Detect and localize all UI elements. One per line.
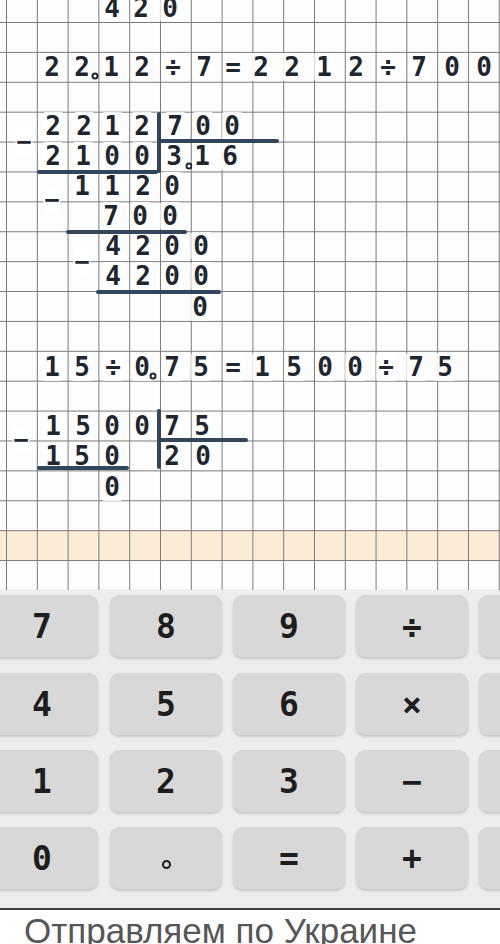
division-rule — [37, 466, 129, 470]
ink-digit: 0 — [162, 232, 182, 260]
ink-digit: 0 — [474, 53, 494, 81]
ink-digit: 7 — [162, 353, 182, 381]
ink-digit: 0 — [132, 412, 152, 440]
ink-digit: 0 — [130, 202, 150, 230]
key-5[interactable]: 5 — [110, 673, 222, 735]
ink-digit: 5 — [73, 412, 93, 440]
ink-digit: 7 — [409, 53, 429, 81]
ink-digit: 1 — [73, 142, 93, 170]
ink-digit: 3 — [164, 142, 184, 170]
ink-operator: = — [223, 353, 243, 381]
decimal-dot-glyph — [162, 860, 171, 869]
footer-text: Отправляем по Украине — [24, 911, 417, 944]
key-partial[interactable] — [479, 595, 500, 657]
ink-digit: 4 — [103, 232, 123, 260]
ink-digit: 1 — [102, 172, 122, 200]
ink-digit: 0 — [191, 232, 211, 260]
ink-digit: 4 — [102, 0, 122, 22]
ink-digit: 0 — [345, 353, 365, 381]
ink-digit: 0 — [102, 473, 122, 501]
ink-digit: 1 — [72, 172, 92, 200]
ink-digit: 7 — [406, 353, 426, 381]
ink-digit: 7 — [165, 112, 185, 140]
key-1[interactable]: 1 — [0, 750, 98, 812]
ink-minus-sign: − — [15, 129, 32, 154]
ink-digit: 2 — [346, 53, 366, 81]
ink-digit: 2 — [133, 232, 153, 260]
key-equals[interactable]: = — [233, 827, 345, 889]
key-divide[interactable]: ÷ — [356, 595, 468, 657]
ink-operator: ÷ — [376, 353, 396, 381]
ink-digit: 2 — [42, 53, 62, 81]
ink-digit: 1 — [102, 112, 122, 140]
key-3[interactable]: 3 — [233, 750, 345, 812]
ink-digit: 0 — [162, 172, 182, 200]
ink-digit: 0 — [193, 112, 213, 140]
calculator-keypad: 789÷456×123−0=+ — [0, 590, 500, 908]
ink-digit: 5 — [72, 353, 92, 381]
key-0[interactable]: 0 — [0, 827, 98, 889]
key-partial[interactable] — [479, 750, 500, 812]
division-rule — [96, 290, 221, 294]
ink-digit: 2 — [72, 53, 92, 81]
key-2[interactable]: 2 — [110, 750, 222, 812]
ink-digit: 0 — [160, 0, 180, 22]
ink-digit: 0 — [442, 53, 462, 81]
key-8[interactable]: 8 — [110, 595, 222, 657]
key-multiply[interactable]: × — [356, 673, 468, 735]
key-partial[interactable] — [479, 673, 500, 735]
ink-digit: 1 — [101, 53, 121, 81]
key-subtract[interactable]: − — [356, 750, 468, 812]
key-6[interactable]: 6 — [233, 673, 345, 735]
key-partial[interactable] — [479, 827, 500, 889]
ink-digit: 0 — [162, 262, 182, 290]
ink-digit: 2 — [162, 442, 182, 470]
ink-digit: 1 — [42, 353, 62, 381]
worksheet-paper: 4202212÷7=2212÷700−22127002100316−112070… — [0, 0, 500, 590]
division-rule — [157, 139, 279, 143]
ink-digit: 0 — [102, 142, 122, 170]
decimal-point — [150, 373, 157, 380]
ink-digit: 7 — [101, 202, 121, 230]
ink-digit: 6 — [220, 142, 240, 170]
ink-digit: 0 — [102, 412, 122, 440]
ink-digit: 7 — [194, 53, 214, 81]
ink-digit: 2 — [132, 53, 152, 81]
ink-minus-sign: − — [73, 249, 90, 274]
ink-digit: 0 — [160, 202, 180, 230]
ink-digit: 2 — [131, 0, 151, 22]
ink-digit: 2 — [132, 112, 152, 140]
ink-digit: 0 — [315, 353, 335, 381]
ink-digit: 0 — [190, 293, 210, 321]
ink-operator: ÷ — [378, 53, 398, 81]
ink-minus-sign: − — [43, 187, 60, 212]
ink-digit: 5 — [435, 353, 455, 381]
ink-digit: 1 — [252, 353, 272, 381]
worksheet-ink: 4202212÷7=2212÷700−22127002100316−112070… — [0, 0, 500, 590]
ink-digit: 1 — [192, 142, 212, 170]
division-rule — [37, 170, 158, 174]
division-rule — [157, 438, 248, 442]
key-9[interactable]: 9 — [233, 595, 345, 657]
division-rule — [66, 230, 187, 234]
ink-operator: ÷ — [103, 353, 123, 381]
ink-digit: 0 — [193, 442, 213, 470]
ink-digit: 0 — [132, 142, 152, 170]
ink-digit: 0 — [222, 112, 242, 140]
key-7[interactable]: 7 — [0, 595, 98, 657]
ink-digit: 7 — [162, 412, 182, 440]
ink-digit: 1 — [43, 412, 63, 440]
footer-divider — [0, 908, 500, 910]
ink-minus-sign: − — [12, 427, 29, 452]
key-add[interactable]: + — [356, 827, 468, 889]
ink-operator: = — [223, 53, 243, 81]
ink-digit: 2 — [282, 53, 302, 81]
key-4[interactable]: 4 — [0, 673, 98, 735]
ink-digit: 0 — [191, 262, 211, 290]
ink-digit: 5 — [192, 412, 212, 440]
ink-digit: 2 — [251, 53, 271, 81]
ink-digit: 2 — [133, 262, 153, 290]
ink-digit: 5 — [284, 353, 304, 381]
ink-digit: 2 — [43, 142, 63, 170]
ink-digit: 2 — [74, 112, 94, 140]
ink-digit: 5 — [191, 353, 211, 381]
ink-digit: 4 — [103, 262, 123, 290]
ink-operator: ÷ — [163, 53, 183, 81]
key-decimal[interactable] — [110, 827, 222, 889]
ink-digit: 2 — [133, 172, 153, 200]
ink-digit: 1 — [314, 53, 334, 81]
ink-digit: 2 — [43, 112, 63, 140]
decimal-point — [92, 73, 99, 80]
